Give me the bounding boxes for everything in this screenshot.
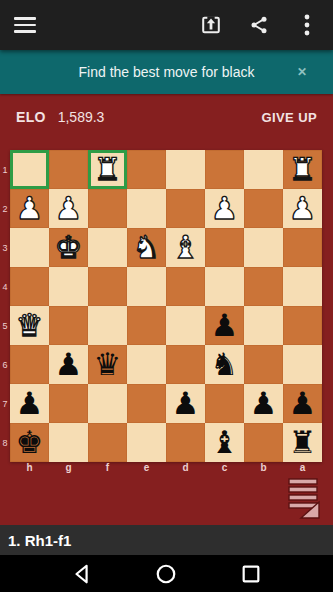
square-c6[interactable]: ♞ [205, 345, 244, 384]
square-g1[interactable] [49, 150, 88, 189]
piece-bK: ♚ [16, 423, 44, 462]
square-c4[interactable] [205, 267, 244, 306]
square-g7[interactable] [49, 384, 88, 423]
square-d8[interactable] [166, 423, 205, 462]
elo-value: 1,589.3 [58, 109, 105, 125]
overflow-menu-icon[interactable] [295, 13, 319, 37]
rank-label-4: 4 [0, 267, 10, 306]
square-f8[interactable] [88, 423, 127, 462]
square-b2[interactable] [244, 189, 283, 228]
open-in-icon[interactable] [199, 13, 223, 37]
share-icon[interactable] [247, 13, 271, 37]
square-f6[interactable]: ♛ [88, 345, 127, 384]
square-f3[interactable] [88, 228, 127, 267]
square-c3[interactable] [205, 228, 244, 267]
square-g8[interactable] [49, 423, 88, 462]
move-list-drawer-handle[interactable] [283, 476, 323, 520]
square-d4[interactable] [166, 267, 205, 306]
square-a6[interactable] [283, 345, 322, 384]
square-a3[interactable] [283, 228, 322, 267]
piece-bP: ♟ [289, 384, 317, 423]
square-a1[interactable]: ♜ [283, 150, 322, 189]
square-f2[interactable] [88, 189, 127, 228]
file-labels: hgfedcba [10, 462, 322, 479]
square-a8[interactable]: ♜ [283, 423, 322, 462]
square-e4[interactable] [127, 267, 166, 306]
piece-wR: ♜ [94, 150, 122, 189]
elo-label: ELO [16, 109, 46, 125]
piece-bN: ♞ [211, 345, 239, 384]
square-e1[interactable] [127, 150, 166, 189]
square-f7[interactable] [88, 384, 127, 423]
app-bar [0, 0, 333, 50]
recents-icon[interactable] [238, 561, 264, 587]
board-block: 12345678 ♜♜♟♟♟♟♚♞♝♛♟♟♛♞♟♟♟♟♚♝♜ hgfedcba [0, 150, 333, 479]
file-label-b: b [244, 462, 283, 479]
square-h3[interactable] [10, 228, 49, 267]
piece-bB: ♝ [211, 423, 239, 462]
square-g6[interactable]: ♟ [49, 345, 88, 384]
square-g4[interactable] [49, 267, 88, 306]
square-c5[interactable]: ♟ [205, 306, 244, 345]
square-c2[interactable]: ♟ [205, 189, 244, 228]
square-d3[interactable]: ♝ [166, 228, 205, 267]
square-b8[interactable] [244, 423, 283, 462]
piece-wP: ♟ [211, 189, 239, 228]
rank-label-5: 5 [0, 306, 10, 345]
square-e7[interactable] [127, 384, 166, 423]
square-e5[interactable] [127, 306, 166, 345]
move-text: 1. Rh1-f1 [8, 532, 71, 549]
square-e3[interactable]: ♞ [127, 228, 166, 267]
home-icon[interactable] [153, 561, 179, 587]
square-d7[interactable]: ♟ [166, 384, 205, 423]
android-nav-bar [0, 555, 333, 592]
square-a2[interactable]: ♟ [283, 189, 322, 228]
file-label-f: f [88, 462, 127, 479]
square-g2[interactable]: ♟ [49, 189, 88, 228]
square-a4[interactable] [283, 267, 322, 306]
piece-bP: ♟ [55, 345, 83, 384]
instruction-banner: Find the best move for black ✕ [0, 50, 333, 94]
square-h8[interactable]: ♚ [10, 423, 49, 462]
square-h1[interactable] [10, 150, 49, 189]
piece-bP: ♟ [211, 306, 239, 345]
square-b6[interactable] [244, 345, 283, 384]
square-b5[interactable] [244, 306, 283, 345]
piece-wN: ♞ [133, 228, 161, 267]
piece-wQ: ♛ [16, 306, 44, 345]
square-f4[interactable] [88, 267, 127, 306]
square-g3[interactable]: ♚ [49, 228, 88, 267]
chess-board: ♜♜♟♟♟♟♚♞♝♛♟♟♛♞♟♟♟♟♚♝♜ [10, 150, 322, 462]
square-h4[interactable] [10, 267, 49, 306]
piece-bP: ♟ [172, 384, 200, 423]
square-h5[interactable]: ♛ [10, 306, 49, 345]
piece-bQ: ♛ [94, 345, 122, 384]
square-b4[interactable] [244, 267, 283, 306]
square-f1[interactable]: ♜ [88, 150, 127, 189]
give-up-button[interactable]: GIVE UP [261, 110, 317, 125]
square-b3[interactable] [244, 228, 283, 267]
file-label-c: c [205, 462, 244, 479]
rank-label-6: 6 [0, 345, 10, 384]
rank-label-3: 3 [0, 228, 10, 267]
rank-label-7: 7 [0, 384, 10, 423]
piece-wB: ♝ [172, 228, 200, 267]
square-d2[interactable] [166, 189, 205, 228]
file-label-e: e [127, 462, 166, 479]
piece-bP: ♟ [250, 384, 278, 423]
piece-bR: ♜ [289, 423, 317, 462]
piece-wP: ♟ [55, 189, 83, 228]
rank-label-8: 8 [0, 423, 10, 462]
square-f5[interactable] [88, 306, 127, 345]
square-c8[interactable]: ♝ [205, 423, 244, 462]
instruction-text: Find the best move for black [79, 64, 255, 80]
menu-icon[interactable] [14, 17, 36, 33]
square-h7[interactable]: ♟ [10, 384, 49, 423]
rank-labels: 12345678 [0, 150, 10, 462]
square-d1[interactable] [166, 150, 205, 189]
move-bar: 1. Rh1-f1 [0, 525, 333, 555]
rank-label-2: 2 [0, 189, 10, 228]
square-h6[interactable] [10, 345, 49, 384]
square-e6[interactable] [127, 345, 166, 384]
back-icon[interactable] [69, 561, 95, 587]
square-d5[interactable] [166, 306, 205, 345]
square-a5[interactable] [283, 306, 322, 345]
square-h2[interactable]: ♟ [10, 189, 49, 228]
square-d6[interactable] [166, 345, 205, 384]
close-icon[interactable]: ✕ [297, 66, 307, 78]
status-row: ELO 1,589.3 GIVE UP [0, 94, 333, 140]
square-a7[interactable]: ♟ [283, 384, 322, 423]
piece-wR: ♜ [289, 150, 317, 189]
square-c1[interactable] [205, 150, 244, 189]
piece-wP: ♟ [16, 189, 44, 228]
file-label-h: h [10, 462, 49, 479]
square-e2[interactable] [127, 189, 166, 228]
file-label-g: g [49, 462, 88, 479]
piece-wK: ♚ [55, 228, 83, 267]
square-b7[interactable]: ♟ [244, 384, 283, 423]
file-label-d: d [166, 462, 205, 479]
rank-label-1: 1 [0, 150, 10, 189]
square-e8[interactable] [127, 423, 166, 462]
square-c7[interactable] [205, 384, 244, 423]
square-g5[interactable] [49, 306, 88, 345]
game-area: ELO 1,589.3 GIVE UP 12345678 ♜♜♟♟♟♟♚♞♝♛♟… [0, 94, 333, 525]
piece-bP: ♟ [16, 384, 44, 423]
square-b1[interactable] [244, 150, 283, 189]
piece-wP: ♟ [289, 189, 317, 228]
